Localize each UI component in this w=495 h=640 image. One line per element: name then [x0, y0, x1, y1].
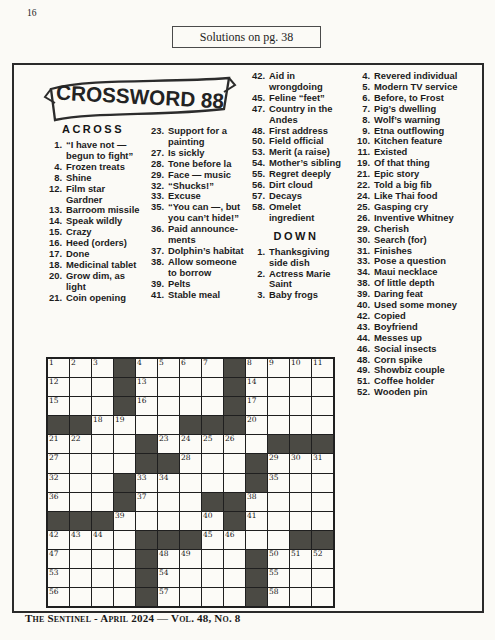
- black-cell-r10c6: [158, 531, 179, 549]
- white-cell-r13c1[interactable]: 56: [48, 588, 69, 606]
- clue-text: Pelts: [168, 279, 244, 290]
- cell-number: 51: [291, 550, 301, 559]
- white-cell-r4c11[interactable]: [268, 416, 289, 434]
- clue-number: 12.: [44, 184, 66, 206]
- white-cell-r9c4[interactable]: 39: [114, 512, 135, 530]
- cell-number: 48: [159, 550, 169, 559]
- clue-text: “I have not — begun to fight”: [66, 140, 142, 162]
- black-cell-r1c4: [114, 359, 135, 377]
- black-cell-r9c9: [224, 512, 245, 530]
- white-cell-r8c2[interactable]: [70, 493, 91, 511]
- clue-across-38: 38.Allow someone to borrow: [146, 257, 244, 279]
- white-cell-r12c4[interactable]: [114, 569, 135, 587]
- clue-text: Paid announce­ments: [168, 224, 244, 246]
- white-cell-r1c5[interactable]: 4: [136, 359, 157, 377]
- cell-number: 32: [49, 474, 59, 483]
- white-cell-r10c3[interactable]: 44: [92, 531, 113, 549]
- crossword-grid: 1234567891011121314151617181920212223242…: [46, 357, 335, 608]
- cell-number: 43: [71, 531, 81, 540]
- white-cell-r10c10[interactable]: [246, 531, 267, 549]
- clue-across-8: 8.Shine: [44, 173, 142, 184]
- clue-text: Stable meal: [168, 290, 244, 301]
- white-cell-r9c7[interactable]: [180, 512, 201, 530]
- clue-across-12: 12.Film star Gardner: [44, 184, 142, 206]
- white-cell-r8c6[interactable]: [158, 493, 179, 511]
- clue-number: 38.: [146, 257, 168, 279]
- white-cell-r13c3[interactable]: [92, 588, 113, 606]
- clue-number: 2.: [247, 269, 269, 291]
- clue-number: 29.: [352, 224, 374, 235]
- black-cell-r5c13: [312, 435, 333, 453]
- white-cell-r12c8[interactable]: [202, 569, 223, 587]
- white-cell-r5c6[interactable]: 23: [158, 435, 179, 453]
- white-cell-r11c4[interactable]: [114, 550, 135, 568]
- clue-number: 52.: [352, 387, 374, 398]
- footer-masthead: The Sentinel - April 2024 — Vol. 48, No.…: [25, 612, 241, 624]
- white-cell-r6c3[interactable]: [92, 454, 113, 472]
- white-cell-r5c7[interactable]: 24: [180, 435, 201, 453]
- cell-number: 8: [247, 359, 252, 368]
- clue-column-3: 42.Aid in wrongdoing45.Feline “feet”47.C…: [247, 71, 345, 301]
- white-cell-r7c11[interactable]: 35: [268, 474, 289, 492]
- clue-text: Face — music: [168, 170, 244, 181]
- black-cell-r11c10: [246, 550, 267, 568]
- cell-number: 4: [137, 359, 142, 368]
- white-cell-r1c6[interactable]: 5: [158, 359, 179, 377]
- cell-number: 23: [159, 435, 169, 444]
- white-cell-r8c5[interactable]: 37: [136, 493, 157, 511]
- white-cell-r5c9[interactable]: 26: [224, 435, 245, 453]
- white-cell-r11c6[interactable]: 48: [158, 550, 179, 568]
- clue-number: 36.: [146, 224, 168, 246]
- white-cell-r5c1[interactable]: 21: [48, 435, 69, 453]
- white-cell-r11c11[interactable]: 50: [268, 550, 289, 568]
- white-cell-r1c10[interactable]: 8: [246, 359, 267, 377]
- cell-number: 28: [181, 454, 191, 463]
- white-cell-r6c9[interactable]: [224, 454, 245, 472]
- black-cell-r4c7: [180, 416, 201, 434]
- black-cell-r8c4: [114, 493, 135, 511]
- cell-number: 17: [247, 397, 257, 406]
- white-cell-r12c2[interactable]: [70, 569, 91, 587]
- black-cell-r5c11: [268, 435, 289, 453]
- cell-number: 54: [159, 569, 169, 578]
- clue-number: 42.: [247, 71, 269, 93]
- white-cell-r13c9[interactable]: [224, 588, 245, 606]
- white-cell-r2c2[interactable]: [70, 378, 91, 396]
- cell-number: 2: [71, 359, 76, 368]
- white-cell-r11c1[interactable]: 47: [48, 550, 69, 568]
- cell-number: 37: [137, 493, 147, 502]
- white-cell-r4c3[interactable]: 18: [92, 416, 113, 434]
- white-cell-r10c9[interactable]: 46: [224, 531, 245, 549]
- cell-number: 21: [49, 435, 59, 444]
- clue-number: 23.: [146, 126, 168, 148]
- white-cell-r2c6[interactable]: [158, 378, 179, 396]
- black-cell-r1c9: [224, 359, 245, 377]
- cell-number: 30: [291, 454, 301, 463]
- white-cell-r6c1[interactable]: 27: [48, 454, 69, 472]
- clue-down-2: 2.Actress Marie Saint: [247, 269, 345, 291]
- black-cell-r8c9: [224, 493, 245, 511]
- white-cell-r11c7[interactable]: 49: [180, 550, 201, 568]
- clue-text: Cherish: [374, 224, 458, 235]
- white-cell-r7c2[interactable]: [70, 474, 91, 492]
- cell-number: 1: [49, 359, 54, 368]
- clue-text: Aid in wrongdoing: [269, 71, 345, 93]
- white-cell-r2c7[interactable]: [180, 378, 201, 396]
- black-cell-r9c2: [70, 512, 91, 530]
- clue-across-28: 28.Tone before la: [146, 159, 244, 170]
- clue-across-1: 1.“I have not — begun to fight”: [44, 140, 142, 162]
- black-cell-r8c8: [202, 493, 223, 511]
- cell-number: 16: [137, 397, 147, 406]
- white-cell-r3c7[interactable]: [180, 397, 201, 415]
- white-cell-r6c2[interactable]: [70, 454, 91, 472]
- clue-number: 8.: [352, 115, 374, 126]
- clue-text: Allow someone to borrow: [168, 257, 244, 279]
- black-cell-r5c5: [136, 435, 157, 453]
- clue-text: Grow dim, as light: [66, 271, 142, 293]
- white-cell-r9c5[interactable]: [136, 512, 157, 530]
- black-cell-r10c13: [312, 531, 333, 549]
- white-cell-r2c11[interactable]: [268, 378, 289, 396]
- black-cell-r7c10: [246, 474, 267, 492]
- white-cell-r12c12[interactable]: [290, 569, 311, 587]
- cell-number: 18: [93, 416, 103, 425]
- black-cell-r12c5: [136, 569, 157, 587]
- clue-number: 39.: [146, 279, 168, 290]
- white-cell-r8c12[interactable]: [290, 493, 311, 511]
- white-cell-r12c13[interactable]: [312, 569, 333, 587]
- clue-text: Wolf’s warning: [374, 115, 458, 126]
- white-cell-r8c7[interactable]: [180, 493, 201, 511]
- white-cell-r10c1[interactable]: 42: [48, 531, 69, 549]
- white-cell-r13c12[interactable]: [290, 588, 311, 606]
- white-cell-r2c12[interactable]: [290, 378, 311, 396]
- cell-number: 7: [203, 359, 208, 368]
- white-cell-r10c4[interactable]: [114, 531, 135, 549]
- clue-number: 29.: [146, 170, 168, 181]
- cell-number: 41: [247, 512, 257, 521]
- white-cell-r6c7[interactable]: 28: [180, 454, 201, 472]
- white-cell-r7c9[interactable]: [224, 474, 245, 492]
- white-cell-r4c12[interactable]: [290, 416, 311, 434]
- white-cell-r1c8[interactable]: 7: [202, 359, 223, 377]
- clue-text: Coin opening: [66, 293, 142, 304]
- white-cell-r3c8[interactable]: [202, 397, 223, 415]
- white-cell-r3c10[interactable]: 17: [246, 397, 267, 415]
- clue-number: 1.: [247, 247, 269, 269]
- clue-across-36: 36.Paid announce­ments: [146, 224, 244, 246]
- across-heading: ACROSS: [44, 123, 142, 136]
- white-cell-r9c13[interactable]: [312, 512, 333, 530]
- cell-number: 46: [225, 531, 235, 540]
- black-cell-r13c5: [136, 588, 157, 606]
- clue-column-1: ACROSS1.“I have not — begun to fight”4.F…: [44, 123, 142, 304]
- black-cell-r6c6: [158, 454, 179, 472]
- white-cell-r1c11[interactable]: 9: [268, 359, 289, 377]
- white-cell-r1c7[interactable]: 6: [180, 359, 201, 377]
- white-cell-r12c6[interactable]: 54: [158, 569, 179, 587]
- black-cell-r6c5: [136, 454, 157, 472]
- clue-text: Search (for): [374, 235, 458, 246]
- page-number: 16: [27, 8, 37, 18]
- clue-text: Pig’s dwelling: [374, 104, 458, 115]
- clue-text: Shine: [66, 173, 142, 184]
- white-cell-r1c13[interactable]: 11: [312, 359, 333, 377]
- cell-number: 56: [49, 588, 59, 597]
- white-cell-r6c13[interactable]: 31: [312, 454, 333, 472]
- clue-text: Omelet ingredient: [269, 202, 345, 224]
- black-cell-r2c4: [114, 378, 135, 396]
- white-cell-r3c3[interactable]: [92, 397, 113, 415]
- white-cell-r4c6[interactable]: [158, 416, 179, 434]
- white-cell-r11c2[interactable]: [70, 550, 91, 568]
- cell-number: 11: [313, 359, 323, 368]
- white-cell-r3c13[interactable]: [312, 397, 333, 415]
- clue-down-7: 7.Pig’s dwelling: [352, 104, 458, 115]
- black-cell-r9c1: [48, 512, 69, 530]
- black-cell-r4c2: [70, 416, 91, 434]
- white-cell-r11c13[interactable]: 52: [312, 550, 333, 568]
- white-cell-r1c1[interactable]: 1: [48, 359, 69, 377]
- white-cell-r1c3[interactable]: 3: [92, 359, 113, 377]
- white-cell-r2c13[interactable]: [312, 378, 333, 396]
- white-cell-r11c9[interactable]: [224, 550, 245, 568]
- cell-number: 34: [159, 474, 169, 483]
- white-cell-r1c12[interactable]: 10: [290, 359, 311, 377]
- cell-number: 38: [247, 493, 257, 502]
- black-cell-r2c9: [224, 378, 245, 396]
- clue-text: Tone before la: [168, 159, 244, 170]
- black-cell-r11c5: [136, 550, 157, 568]
- clue-across-39: 39.Pelts: [146, 279, 244, 290]
- white-cell-r10c2[interactable]: 43: [70, 531, 91, 549]
- clue-column-4: 4.Revered individual5.Modern TV service6…: [352, 71, 458, 398]
- black-cell-r4c8: [202, 416, 223, 434]
- cell-number: 22: [71, 435, 81, 444]
- black-cell-r6c10: [246, 454, 267, 472]
- white-cell-r9c10[interactable]: 41: [246, 512, 267, 530]
- cell-number: 6: [181, 359, 186, 368]
- white-cell-r6c12[interactable]: 30: [290, 454, 311, 472]
- clue-number: 1.: [44, 140, 66, 162]
- white-cell-r7c1[interactable]: 32: [48, 474, 69, 492]
- cell-number: 33: [137, 474, 147, 483]
- cell-number: 26: [225, 435, 235, 444]
- white-cell-r3c5[interactable]: 16: [136, 397, 157, 415]
- white-cell-r2c10[interactable]: 14: [246, 378, 267, 396]
- white-cell-r5c3[interactable]: [92, 435, 113, 453]
- white-cell-r4c10[interactable]: 20: [246, 416, 267, 434]
- black-cell-r13c10: [246, 588, 267, 606]
- white-cell-r3c2[interactable]: [70, 397, 91, 415]
- white-cell-r2c8[interactable]: [202, 378, 223, 396]
- cell-number: 20: [247, 416, 257, 425]
- white-cell-r9c6[interactable]: [158, 512, 179, 530]
- cell-number: 50: [269, 550, 279, 559]
- white-cell-r4c4[interactable]: 19: [114, 416, 135, 434]
- cell-number: 49: [181, 550, 191, 559]
- cell-number: 24: [181, 435, 191, 444]
- white-cell-r9c8[interactable]: 40: [202, 512, 223, 530]
- white-cell-r8c11[interactable]: [268, 493, 289, 511]
- white-cell-r3c1[interactable]: 15: [48, 397, 69, 415]
- clue-text: Actress Marie Saint: [269, 269, 345, 291]
- white-cell-r5c8[interactable]: 25: [202, 435, 223, 453]
- black-cell-r9c3: [92, 512, 113, 530]
- white-cell-r10c11[interactable]: [268, 531, 289, 549]
- white-cell-r7c3[interactable]: [92, 474, 113, 492]
- white-cell-r3c6[interactable]: [158, 397, 179, 415]
- white-cell-r8c3[interactable]: [92, 493, 113, 511]
- clue-text: Baby frogs: [269, 290, 345, 301]
- clue-across-35: 35.“You can —, but you can’t hide!”: [146, 202, 244, 224]
- white-cell-r4c5[interactable]: [136, 416, 157, 434]
- white-cell-r8c1[interactable]: 36: [48, 493, 69, 511]
- white-cell-r11c8[interactable]: [202, 550, 223, 568]
- black-cell-r3c4: [114, 397, 135, 415]
- clue-down-30: 30.Search (for): [352, 235, 458, 246]
- clue-number: 20.: [44, 271, 66, 293]
- cell-number: 52: [313, 550, 323, 559]
- white-cell-r13c8[interactable]: [202, 588, 223, 606]
- white-cell-r6c8[interactable]: [202, 454, 223, 472]
- white-cell-r6c4[interactable]: [114, 454, 135, 472]
- clue-text: Support for a painting: [168, 126, 244, 148]
- clue-down-1: 1.Thanksgiving side dish: [247, 247, 345, 269]
- white-cell-r7c8[interactable]: [202, 474, 223, 492]
- clue-number: 21.: [44, 293, 66, 304]
- white-cell-r3c12[interactable]: [290, 397, 311, 415]
- clue-column-2: 23.Support for a painting27.Is sickly28.…: [146, 126, 244, 301]
- white-cell-r7c6[interactable]: 34: [158, 474, 179, 492]
- cell-number: 9: [269, 359, 274, 368]
- white-cell-r13c7[interactable]: [180, 588, 201, 606]
- clue-across-29: 29.Face — music: [146, 170, 244, 181]
- white-cell-r3c11[interactable]: [268, 397, 289, 415]
- clue-number: 3.: [247, 290, 269, 301]
- white-cell-r6c11[interactable]: 29: [268, 454, 289, 472]
- cell-number: 3: [93, 359, 98, 368]
- white-cell-r13c13[interactable]: [312, 588, 333, 606]
- white-cell-r2c1[interactable]: 12: [48, 378, 69, 396]
- down-heading: DOWN: [247, 230, 345, 243]
- white-cell-r13c2[interactable]: [70, 588, 91, 606]
- clue-text: Country in the Andes: [269, 104, 345, 126]
- white-cell-r2c3[interactable]: [92, 378, 113, 396]
- white-cell-r8c10[interactable]: 38: [246, 493, 267, 511]
- clue-number: 47.: [247, 104, 269, 126]
- white-cell-r7c7[interactable]: [180, 474, 201, 492]
- clue-number: 41.: [146, 290, 168, 301]
- white-cell-r12c7[interactable]: [180, 569, 201, 587]
- white-cell-r7c13[interactable]: [312, 474, 333, 492]
- cell-number: 44: [93, 531, 103, 540]
- white-cell-r11c3[interactable]: [92, 550, 113, 568]
- clue-number: 46.: [352, 344, 374, 355]
- white-cell-r9c11[interactable]: [268, 512, 289, 530]
- clue-down-3: 3.Baby frogs: [247, 290, 345, 301]
- white-cell-r10c8[interactable]: 45: [202, 531, 223, 549]
- black-cell-r7c4: [114, 474, 135, 492]
- white-cell-r7c12[interactable]: [290, 474, 311, 492]
- white-cell-r12c9[interactable]: [224, 569, 245, 587]
- black-cell-r12c10: [246, 569, 267, 587]
- solutions-note-text: Solutions on pg. 38: [200, 30, 293, 45]
- clue-across-41: 41.Stable meal: [146, 290, 244, 301]
- cell-number: 47: [49, 550, 59, 559]
- clue-number: 7.: [352, 104, 374, 115]
- newspaper-page: 16 Solutions on pg. 38 CROSSWORD 88 ACRO…: [0, 0, 495, 640]
- cell-number: 5: [159, 359, 164, 368]
- clue-text: Social insects: [374, 344, 458, 355]
- white-cell-r13c6[interactable]: 57: [158, 588, 179, 606]
- white-cell-r13c11[interactable]: 58: [268, 588, 289, 606]
- cell-number: 39: [115, 512, 125, 521]
- clue-across-23: 23.Support for a painting: [146, 126, 244, 148]
- cell-number: 58: [269, 588, 279, 597]
- clue-across-20: 20.Grow dim, as light: [44, 271, 142, 293]
- cell-number: 29: [269, 454, 279, 463]
- crossword-banner: CROSSWORD 88: [42, 70, 238, 126]
- black-cell-r4c1: [48, 416, 69, 434]
- cell-number: 25: [203, 435, 213, 444]
- white-cell-r13c4[interactable]: [114, 588, 135, 606]
- solutions-note-box: Solutions on pg. 38: [172, 26, 321, 48]
- white-cell-r2c5[interactable]: 13: [136, 378, 157, 396]
- black-cell-r4c9: [224, 416, 245, 434]
- clue-number: 30.: [352, 235, 374, 246]
- white-cell-r12c3[interactable]: [92, 569, 113, 587]
- white-cell-r12c11[interactable]: 55: [268, 569, 289, 587]
- black-cell-r3c9: [224, 397, 245, 415]
- white-cell-r4c13[interactable]: [312, 416, 333, 434]
- black-cell-r5c12: [290, 435, 311, 453]
- white-cell-r1c2[interactable]: 2: [70, 359, 91, 377]
- cell-number: 19: [115, 416, 125, 425]
- clue-text: Wooden pin: [374, 387, 458, 398]
- clue-number: 28.: [146, 159, 168, 170]
- white-cell-r12c1[interactable]: 53: [48, 569, 69, 587]
- white-cell-r11c12[interactable]: 51: [290, 550, 311, 568]
- clue-down-52: 52.Wooden pin: [352, 387, 458, 398]
- black-cell-r10c5: [136, 531, 157, 549]
- clue-text: Film star Gardner: [66, 184, 142, 206]
- white-cell-r8c13[interactable]: [312, 493, 333, 511]
- white-cell-r7c5[interactable]: 33: [136, 474, 157, 492]
- cell-number: 35: [269, 474, 279, 483]
- cell-number: 55: [269, 569, 279, 578]
- clue-down-29: 29.Cherish: [352, 224, 458, 235]
- cell-number: 36: [49, 493, 59, 502]
- cell-number: 13: [137, 378, 147, 387]
- cell-number: 57: [159, 588, 169, 597]
- cell-number: 10: [291, 359, 301, 368]
- clue-down-8: 8.Wolf’s warning: [352, 115, 458, 126]
- white-cell-r5c10[interactable]: [246, 435, 267, 453]
- clue-across-42: 42.Aid in wrongdoing: [247, 71, 345, 93]
- clue-number: 8.: [44, 173, 66, 184]
- white-cell-r9c12[interactable]: [290, 512, 311, 530]
- cell-number: 27: [49, 454, 59, 463]
- white-cell-r5c4[interactable]: [114, 435, 135, 453]
- cell-number: 45: [203, 531, 213, 540]
- clue-across-21: 21.Coin opening: [44, 293, 142, 304]
- white-cell-r5c2[interactable]: 22: [70, 435, 91, 453]
- cell-number: 15: [49, 397, 59, 406]
